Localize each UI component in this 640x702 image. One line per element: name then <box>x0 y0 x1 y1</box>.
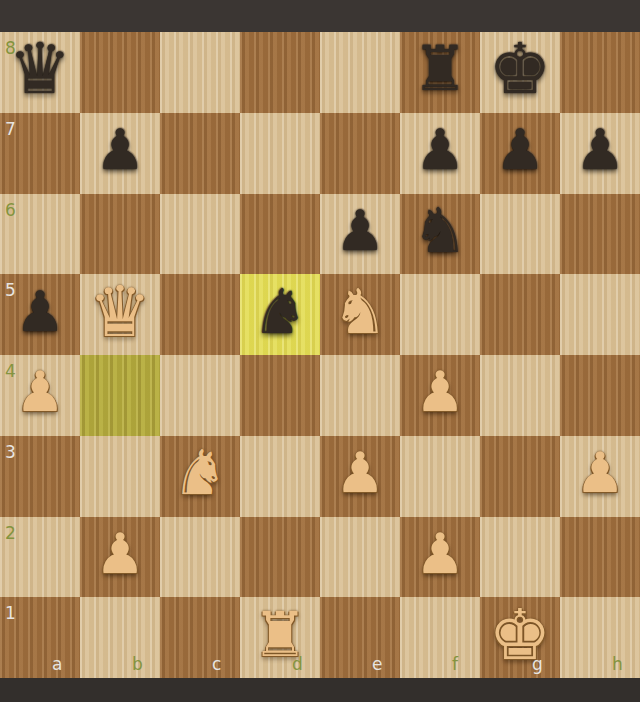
square-g4[interactable] <box>480 355 560 436</box>
square-b8[interactable] <box>80 32 160 113</box>
square-f6[interactable]: ♞ <box>400 194 480 275</box>
square-f5[interactable] <box>400 274 480 355</box>
square-h7[interactable]: ♟ <box>560 113 640 194</box>
piece-black-king[interactable]: ♚ <box>489 34 552 104</box>
square-d1[interactable]: ♜d <box>240 597 320 678</box>
square-d2[interactable] <box>240 517 320 598</box>
square-g6[interactable] <box>480 194 560 275</box>
rank-label-2: 2 <box>5 523 16 543</box>
square-g5[interactable] <box>480 274 560 355</box>
piece-black-knight[interactable]: ♞ <box>252 281 308 343</box>
square-e6[interactable]: ♟ <box>320 194 400 275</box>
square-e1[interactable]: e <box>320 597 400 678</box>
bottom-bar <box>0 678 640 702</box>
square-b4[interactable] <box>80 355 160 436</box>
square-b7[interactable]: ♟ <box>80 113 160 194</box>
rank-label-1: 1 <box>5 603 16 623</box>
rank-label-6: 6 <box>5 200 16 220</box>
square-a7[interactable]: 7 <box>0 113 80 194</box>
square-e8[interactable] <box>320 32 400 113</box>
square-b3[interactable] <box>80 436 160 517</box>
piece-white-rook[interactable]: ♜ <box>252 604 308 666</box>
square-c8[interactable] <box>160 32 240 113</box>
square-g1[interactable]: ♚g <box>480 597 560 678</box>
square-g2[interactable] <box>480 517 560 598</box>
square-d8[interactable] <box>240 32 320 113</box>
piece-white-king[interactable]: ♚ <box>489 599 552 669</box>
square-c6[interactable] <box>160 194 240 275</box>
square-e2[interactable] <box>320 517 400 598</box>
piece-white-pawn[interactable]: ♟ <box>15 365 65 421</box>
square-g3[interactable] <box>480 436 560 517</box>
piece-white-queen[interactable]: ♛ <box>89 276 152 346</box>
file-label-h: h <box>612 654 623 674</box>
chess-board[interactable]: ♛8♜♚7♟♟♟♟6♟♞♟5♛♞♞♟4♟3♞♟♟2♟♟1abc♜def♚gh <box>0 32 640 678</box>
square-e5[interactable]: ♞ <box>320 274 400 355</box>
square-a8[interactable]: ♛8 <box>0 32 80 113</box>
square-e3[interactable]: ♟ <box>320 436 400 517</box>
square-g7[interactable]: ♟ <box>480 113 560 194</box>
square-a1[interactable]: 1a <box>0 597 80 678</box>
square-c7[interactable] <box>160 113 240 194</box>
square-d6[interactable] <box>240 194 320 275</box>
square-a2[interactable]: 2 <box>0 517 80 598</box>
square-h2[interactable] <box>560 517 640 598</box>
rank-label-7: 7 <box>5 119 16 139</box>
square-h6[interactable] <box>560 194 640 275</box>
square-e7[interactable] <box>320 113 400 194</box>
square-c2[interactable] <box>160 517 240 598</box>
square-g8[interactable]: ♚ <box>480 32 560 113</box>
square-f2[interactable]: ♟ <box>400 517 480 598</box>
square-h4[interactable] <box>560 355 640 436</box>
square-f1[interactable]: f <box>400 597 480 678</box>
piece-black-pawn[interactable]: ♟ <box>15 284 65 340</box>
square-d5[interactable]: ♞ <box>240 274 320 355</box>
piece-white-pawn[interactable]: ♟ <box>415 526 465 582</box>
square-a6[interactable]: 6 <box>0 194 80 275</box>
square-b1[interactable]: b <box>80 597 160 678</box>
square-h8[interactable] <box>560 32 640 113</box>
square-h5[interactable] <box>560 274 640 355</box>
square-c5[interactable] <box>160 274 240 355</box>
piece-white-pawn[interactable]: ♟ <box>95 526 145 582</box>
square-c3[interactable]: ♞ <box>160 436 240 517</box>
piece-white-knight[interactable]: ♞ <box>172 442 228 504</box>
square-h1[interactable]: h <box>560 597 640 678</box>
piece-black-pawn[interactable]: ♟ <box>495 122 545 178</box>
file-label-c: c <box>212 654 221 674</box>
square-f3[interactable] <box>400 436 480 517</box>
square-c4[interactable] <box>160 355 240 436</box>
app-frame: ♛8♜♚7♟♟♟♟6♟♞♟5♛♞♞♟4♟3♞♟♟2♟♟1abc♜def♚gh <box>0 0 640 702</box>
piece-black-knight[interactable]: ♞ <box>412 200 468 262</box>
square-b6[interactable] <box>80 194 160 275</box>
square-f7[interactable]: ♟ <box>400 113 480 194</box>
piece-white-pawn[interactable]: ♟ <box>575 445 625 501</box>
piece-white-knight[interactable]: ♞ <box>332 281 388 343</box>
file-label-a: a <box>52 654 62 674</box>
square-d7[interactable] <box>240 113 320 194</box>
rank-label-3: 3 <box>5 442 16 462</box>
piece-black-pawn[interactable]: ♟ <box>335 203 385 259</box>
square-a3[interactable]: 3 <box>0 436 80 517</box>
file-label-e: e <box>372 654 382 674</box>
file-label-b: b <box>132 654 143 674</box>
square-b2[interactable]: ♟ <box>80 517 160 598</box>
piece-black-pawn[interactable]: ♟ <box>415 122 465 178</box>
square-e4[interactable] <box>320 355 400 436</box>
piece-black-queen[interactable]: ♛ <box>9 34 72 104</box>
piece-white-pawn[interactable]: ♟ <box>335 445 385 501</box>
square-d3[interactable] <box>240 436 320 517</box>
piece-black-pawn[interactable]: ♟ <box>95 122 145 178</box>
square-f4[interactable]: ♟ <box>400 355 480 436</box>
piece-black-rook[interactable]: ♜ <box>412 38 468 100</box>
piece-white-pawn[interactable]: ♟ <box>415 365 465 421</box>
square-a4[interactable]: ♟4 <box>0 355 80 436</box>
square-d4[interactable] <box>240 355 320 436</box>
file-label-f: f <box>452 654 458 674</box>
square-f8[interactable]: ♜ <box>400 32 480 113</box>
square-b5[interactable]: ♛ <box>80 274 160 355</box>
square-h3[interactable]: ♟ <box>560 436 640 517</box>
piece-black-pawn[interactable]: ♟ <box>575 122 625 178</box>
square-a5[interactable]: ♟5 <box>0 274 80 355</box>
square-c1[interactable]: c <box>160 597 240 678</box>
